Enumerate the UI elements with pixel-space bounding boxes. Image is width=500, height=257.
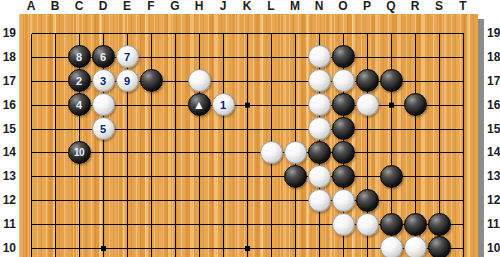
column-label-A: A (27, 0, 36, 13)
column-label-D: D (99, 0, 108, 13)
move-number-3: 3 (100, 75, 106, 87)
column-label-N: N (315, 0, 324, 13)
black-stone-Q13[interactable] (380, 165, 403, 188)
row-label-left-18: 18 (0, 50, 16, 64)
row-label-right-14: 14 (487, 145, 500, 159)
black-stone-R11[interactable] (404, 213, 427, 236)
black-stone-S10[interactable] (428, 236, 451, 257)
column-label-F: F (147, 0, 154, 13)
white-stone-J16[interactable]: 1 (212, 93, 235, 116)
row-label-left-11: 11 (0, 217, 16, 231)
row-label-left-14: 14 (0, 145, 16, 159)
black-stone-F17[interactable] (140, 69, 163, 92)
white-stone-N15[interactable] (308, 117, 331, 140)
move-number-8: 8 (76, 51, 82, 63)
column-label-B: B (51, 0, 60, 13)
white-stone-M14[interactable] (284, 141, 307, 164)
white-stone-N18[interactable] (308, 45, 331, 68)
move-number-10: 10 (74, 147, 84, 158)
white-stone-H17[interactable] (188, 69, 211, 92)
black-stone-Q17[interactable] (380, 69, 403, 92)
row-label-right-17: 17 (487, 74, 500, 88)
move-number-1: 1 (220, 99, 226, 111)
column-label-P: P (363, 0, 371, 13)
black-stone-C16[interactable]: 4 (68, 93, 91, 116)
column-label-S: S (435, 0, 443, 13)
white-stone-Q10[interactable] (380, 236, 403, 257)
black-stone-O15[interactable] (332, 117, 355, 140)
row-label-left-12: 12 (0, 193, 16, 207)
row-label-right-15: 15 (487, 122, 500, 136)
white-stone-P11[interactable] (356, 213, 379, 236)
column-label-H: H (195, 0, 204, 13)
row-label-left-13: 13 (0, 169, 16, 183)
white-stone-E18[interactable]: 7 (116, 45, 139, 68)
row-label-left-16: 16 (0, 98, 16, 112)
move-number-7: 7 (124, 51, 130, 63)
row-label-left-10: 10 (0, 241, 16, 255)
white-stone-N12[interactable] (308, 189, 331, 212)
board-drop-shadow (478, 19, 484, 257)
white-stone-O11[interactable] (332, 213, 355, 236)
black-stone-S11[interactable] (428, 213, 451, 236)
row-label-right-18: 18 (487, 50, 500, 64)
column-label-C: C (75, 0, 84, 13)
black-stone-Q11[interactable] (380, 213, 403, 236)
column-label-L: L (267, 0, 274, 13)
column-label-R: R (411, 0, 420, 13)
white-stone-D16[interactable] (92, 93, 115, 116)
triangle-mark-icon: ▲ (193, 98, 205, 110)
move-number-4: 4 (76, 99, 82, 111)
white-stone-L14[interactable] (260, 141, 283, 164)
row-label-right-12: 12 (487, 193, 500, 207)
move-number-5: 5 (100, 123, 106, 135)
black-stone-M13[interactable] (284, 165, 307, 188)
white-stone-O17[interactable] (332, 69, 355, 92)
column-label-G: G (170, 0, 179, 13)
row-label-right-16: 16 (487, 98, 500, 112)
column-label-K: K (243, 0, 252, 13)
black-stone-P12[interactable] (356, 189, 379, 212)
column-label-Q: Q (386, 0, 395, 13)
row-label-right-11: 11 (487, 217, 500, 231)
black-stone-O14[interactable] (332, 141, 355, 164)
move-number-2: 2 (76, 75, 82, 87)
black-stone-C14[interactable]: 10 (68, 141, 91, 164)
white-stone-N17[interactable] (308, 69, 331, 92)
black-stone-C18[interactable]: 8 (68, 45, 91, 68)
white-stone-E17[interactable]: 9 (116, 69, 139, 92)
move-number-6: 6 (100, 51, 106, 63)
white-stone-O12[interactable] (332, 189, 355, 212)
black-stone-P17[interactable] (356, 69, 379, 92)
row-label-right-19: 19 (487, 26, 500, 40)
black-stone-D18[interactable]: 6 (92, 45, 115, 68)
black-stone-R16[interactable] (404, 93, 427, 116)
row-label-left-15: 15 (0, 122, 16, 136)
black-stone-C17[interactable]: 2 (68, 69, 91, 92)
go-diagram: ABCDEFGHJKLMNOPQRST191918181717161615151… (0, 0, 500, 257)
white-stone-D17[interactable]: 3 (92, 69, 115, 92)
black-stone-O13[interactable] (332, 165, 355, 188)
column-label-M: M (290, 0, 300, 13)
row-label-right-10: 10 (487, 241, 500, 255)
move-number-9: 9 (124, 75, 130, 87)
black-stone-N14[interactable] (308, 141, 331, 164)
black-stone-O18[interactable] (332, 45, 355, 68)
row-label-right-13: 13 (487, 169, 500, 183)
row-label-left-19: 19 (0, 26, 16, 40)
white-stone-R10[interactable] (404, 236, 427, 257)
column-label-J: J (220, 0, 227, 13)
row-label-left-17: 17 (0, 74, 16, 88)
black-stone-O16[interactable] (332, 93, 355, 116)
column-label-T: T (459, 0, 466, 13)
column-label-E: E (123, 0, 131, 13)
column-label-O: O (338, 0, 347, 13)
white-stone-N13[interactable] (308, 165, 331, 188)
black-stone-H16[interactable]: ▲ (188, 93, 211, 116)
white-stone-D15[interactable]: 5 (92, 117, 115, 140)
white-stone-P16[interactable] (356, 93, 379, 116)
white-stone-N16[interactable] (308, 93, 331, 116)
